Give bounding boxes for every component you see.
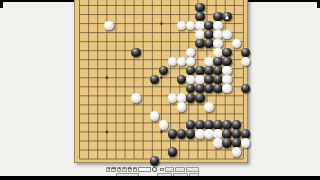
white-stone <box>241 57 250 66</box>
black-stone <box>195 120 204 129</box>
black-stone <box>222 129 231 138</box>
letterbox-bottom <box>0 176 320 180</box>
black-stone <box>186 93 195 102</box>
black-stone <box>186 120 195 129</box>
black-stone <box>195 12 204 21</box>
black-stone <box>168 147 177 156</box>
nav-button-first[interactable]: |◀ <box>106 167 110 172</box>
move-number-input[interactable] <box>138 167 151 171</box>
kifu-toolbar: |◀◀◀◀▶▶▶▶| ·· ······· ············· <box>0 165 320 176</box>
white-stone <box>177 102 186 111</box>
black-stone <box>168 129 177 138</box>
black-stone <box>232 129 241 138</box>
nav-button-fast-back[interactable]: ◀◀ <box>111 167 115 172</box>
black-stone <box>213 66 222 75</box>
black-stone <box>232 120 241 129</box>
black-stone <box>213 57 222 66</box>
white-stone <box>213 39 222 48</box>
white-stone <box>195 21 204 30</box>
white-stone <box>168 57 177 66</box>
white-stone <box>232 39 241 48</box>
black-stone <box>186 66 195 75</box>
black-stone <box>204 75 213 84</box>
white-stone <box>150 111 159 120</box>
black-stone <box>232 138 241 147</box>
corner-artifact-left <box>0 0 3 8</box>
white-stone <box>241 138 250 147</box>
white-stone <box>222 66 231 75</box>
black-stone <box>222 138 231 147</box>
black-stone <box>222 48 231 57</box>
black-stone <box>222 12 231 21</box>
black-stone <box>131 48 140 57</box>
black-stone <box>213 84 222 93</box>
white-stone <box>186 57 195 66</box>
white-stone <box>204 102 213 111</box>
white-stone <box>195 75 204 84</box>
white-stone <box>222 84 231 93</box>
white-stone <box>204 57 213 66</box>
black-stone <box>204 120 213 129</box>
white-stone <box>213 129 222 138</box>
toolbar-button-1[interactable]: ·· <box>165 167 175 172</box>
black-stone <box>213 12 222 21</box>
black-stone <box>204 66 213 75</box>
white-stone <box>131 93 140 102</box>
black-stone <box>195 84 204 93</box>
toolbar-button-2[interactable]: ·· <box>175 167 185 172</box>
white-stone <box>186 48 195 57</box>
black-stone <box>177 75 186 84</box>
black-stone <box>213 75 222 84</box>
white-stone <box>213 30 222 39</box>
black-stone <box>204 30 213 39</box>
black-stone <box>222 57 231 66</box>
black-stone <box>204 39 213 48</box>
go-board[interactable] <box>74 0 248 163</box>
nav-button-last[interactable]: ▶| <box>133 167 137 172</box>
white-stone <box>186 21 195 30</box>
black-stone <box>241 48 250 57</box>
toolbar-button-3[interactable]: ··· <box>186 167 199 172</box>
page: { "game": { "name": "go", "board_size": … <box>0 0 320 180</box>
white-stone <box>195 129 204 138</box>
black-stone <box>195 66 204 75</box>
black-stone <box>195 39 204 48</box>
white-stone <box>222 30 231 39</box>
nav-button-fast-forward[interactable]: ▶▶ <box>128 167 132 172</box>
nav-buttons: |◀◀◀◀▶▶▶▶| <box>106 167 137 172</box>
white-stone <box>195 30 204 39</box>
white-stone <box>104 21 113 30</box>
white-stone <box>213 138 222 147</box>
white-stone <box>186 75 195 84</box>
white-stone <box>177 93 186 102</box>
play-circle-icon[interactable] <box>152 167 156 171</box>
black-stone <box>186 129 195 138</box>
white-stone <box>177 57 186 66</box>
white-stone <box>159 120 168 129</box>
black-stone <box>204 21 213 30</box>
black-stone <box>159 66 168 75</box>
white-stone <box>232 147 241 156</box>
black-stone <box>204 84 213 93</box>
black-stone <box>195 3 204 12</box>
black-stone <box>222 120 231 129</box>
black-stone <box>213 120 222 129</box>
nav-button-forward[interactable]: ▶ <box>122 167 126 172</box>
black-stone <box>241 129 250 138</box>
white-stone <box>177 21 186 30</box>
black-stone <box>241 84 250 93</box>
toolbar-buttons: ······· <box>165 167 199 172</box>
black-stone <box>177 129 186 138</box>
last-move-triangle-marker <box>225 15 229 19</box>
black-stone <box>186 84 195 93</box>
white-stone <box>204 129 213 138</box>
stones-layer <box>75 0 247 162</box>
nav-button-back[interactable]: ◀ <box>117 167 121 172</box>
move-counter-label: ·· <box>158 168 160 171</box>
white-stone <box>222 75 231 84</box>
white-stone <box>168 93 177 102</box>
white-stone <box>213 21 222 30</box>
black-stone <box>195 93 204 102</box>
auto-play-checkbox[interactable] <box>160 168 163 171</box>
black-stone <box>150 75 159 84</box>
white-stone <box>213 48 222 57</box>
